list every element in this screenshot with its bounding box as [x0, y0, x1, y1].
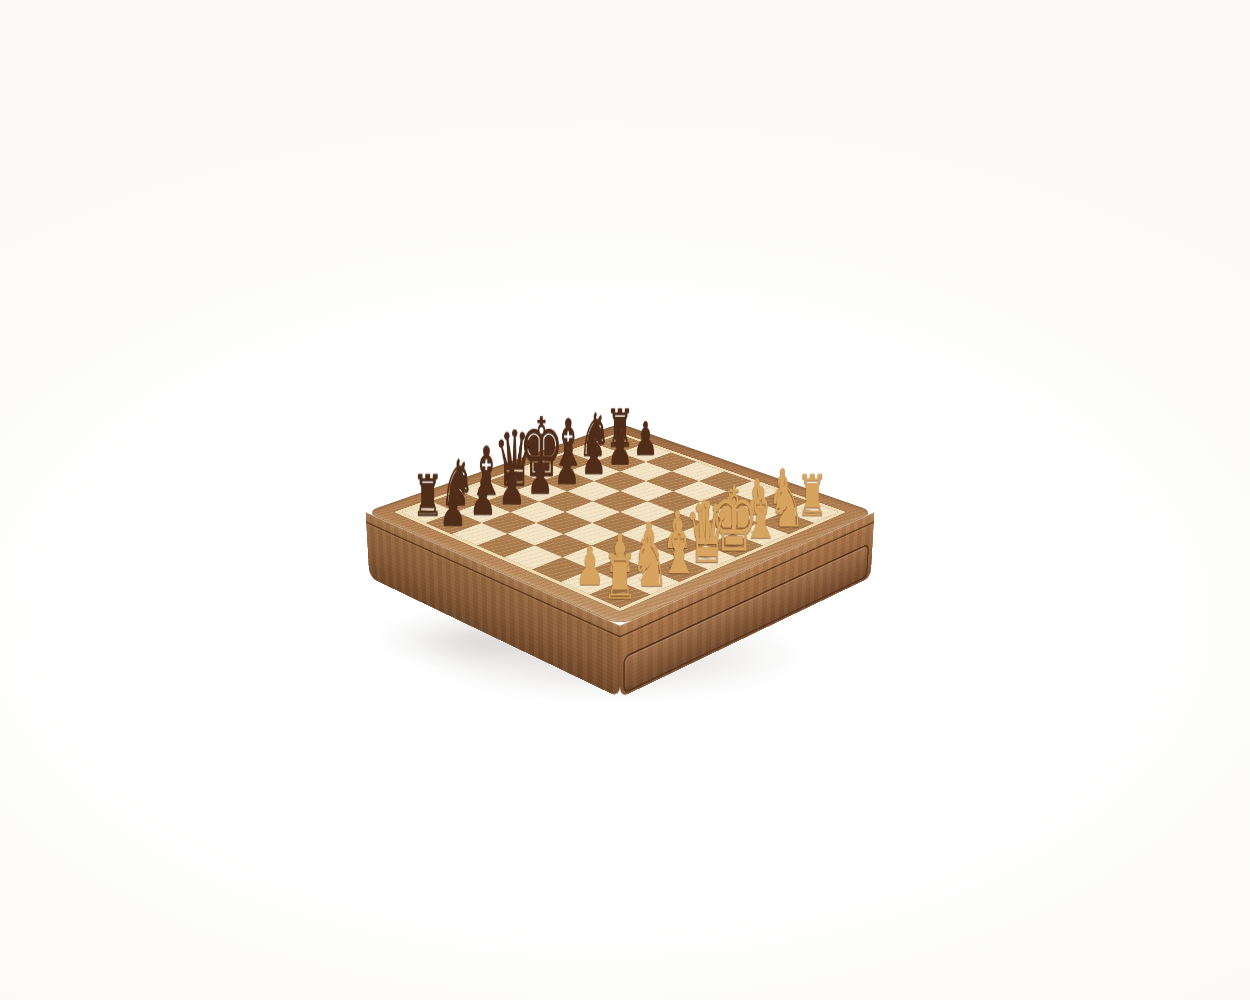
piece-white-rook: ♜	[603, 545, 637, 608]
board-top: ♜♟♟♜♞♟♟♞♝♟♟♝♚♟♟♚♛♟♟♛♝♟♟♝♞♟♟♞♜♟♟♜	[365, 423, 874, 625]
product-photo-scene: ♜♟♟♜♞♟♟♞♝♟♟♝♚♟♟♚♛♟♟♛♝♟♟♝♞♟♟♞♜♟♟♜	[0, 0, 1250, 1000]
piece-white-pawn: ♟	[576, 539, 605, 593]
piece-black-pawn: ♟	[498, 463, 525, 512]
